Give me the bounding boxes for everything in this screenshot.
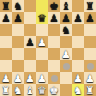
square-h5[interactable] xyxy=(84,36,96,48)
square-f2[interactable] xyxy=(60,72,72,84)
square-b4[interactable] xyxy=(12,48,24,60)
square-g4[interactable] xyxy=(72,48,84,60)
square-h7[interactable]: ♟ xyxy=(84,12,96,24)
square-h6[interactable] xyxy=(84,24,96,36)
piece-white-pawn[interactable]: ♟ xyxy=(37,36,46,48)
square-e2[interactable] xyxy=(48,72,60,84)
piece-black-knight[interactable]: ♞ xyxy=(13,0,22,12)
square-g7[interactable]: ♟ xyxy=(72,12,84,24)
square-d5[interactable]: ♟ xyxy=(36,36,48,48)
square-d6[interactable] xyxy=(36,24,48,36)
square-g2[interactable]: ♟ xyxy=(72,72,84,84)
square-c8[interactable] xyxy=(24,0,36,12)
square-d1[interactable]: ♛ xyxy=(36,84,48,96)
square-c2[interactable]: ♟ xyxy=(24,72,36,84)
square-h2[interactable]: ♟ xyxy=(84,72,96,84)
square-e3[interactable] xyxy=(48,60,60,72)
square-b2[interactable]: ♟ xyxy=(12,72,24,84)
square-h3[interactable] xyxy=(84,60,96,72)
square-e5[interactable] xyxy=(48,36,60,48)
square-d4[interactable] xyxy=(36,48,48,60)
square-b6[interactable] xyxy=(12,24,24,36)
square-a6[interactable] xyxy=(0,24,12,36)
piece-black-pawn[interactable]: ♟ xyxy=(85,12,94,24)
square-h4[interactable] xyxy=(84,48,96,60)
piece-white-pawn[interactable]: ♟ xyxy=(1,72,10,84)
piece-black-knight[interactable]: ♞ xyxy=(61,24,70,36)
square-h1[interactable]: ♜ xyxy=(84,84,96,96)
square-a1[interactable]: ♜ xyxy=(0,84,12,96)
square-e1[interactable]: ♚ xyxy=(48,84,60,96)
square-c5[interactable]: ♟ xyxy=(24,36,36,48)
piece-white-rook[interactable]: ♜ xyxy=(1,84,10,96)
square-a5[interactable] xyxy=(0,36,12,48)
square-c6[interactable] xyxy=(24,24,36,36)
piece-white-knight[interactable]: ♞ xyxy=(13,84,22,96)
piece-black-pawn[interactable]: ♟ xyxy=(13,12,22,24)
square-c4[interactable] xyxy=(24,48,36,60)
square-g8[interactable] xyxy=(72,0,84,12)
piece-black-rook[interactable]: ♜ xyxy=(85,0,94,12)
piece-black-king[interactable]: ♚ xyxy=(49,0,58,12)
piece-white-bishop[interactable]: ♝ xyxy=(25,84,34,96)
square-c1[interactable]: ♝ xyxy=(24,84,36,96)
square-e7[interactable]: ♟ xyxy=(48,12,60,24)
legal-move-dot-f3[interactable] xyxy=(63,63,70,70)
square-d3[interactable] xyxy=(36,60,48,72)
square-d8[interactable] xyxy=(36,0,48,12)
piece-black-queen[interactable]: ♛ xyxy=(37,12,46,24)
piece-white-pawn[interactable]: ♟ xyxy=(37,72,46,84)
square-c7[interactable] xyxy=(24,12,36,24)
square-g1[interactable]: ♞ xyxy=(72,84,84,96)
square-e8[interactable]: ♚ xyxy=(48,0,60,12)
legal-move-dot-h3[interactable] xyxy=(87,63,94,70)
legal-move-dot-e2[interactable] xyxy=(51,75,58,82)
piece-white-pawn[interactable]: ♟ xyxy=(25,72,34,84)
piece-black-pawn[interactable]: ♟ xyxy=(49,12,58,24)
piece-black-pawn[interactable]: ♟ xyxy=(1,12,10,24)
square-c3[interactable] xyxy=(24,60,36,72)
square-f4[interactable]: ♟ xyxy=(60,48,72,60)
square-g6[interactable] xyxy=(72,24,84,36)
piece-black-bishop[interactable]: ♝ xyxy=(61,0,70,12)
square-b5[interactable] xyxy=(12,36,24,48)
square-b1[interactable]: ♞ xyxy=(12,84,24,96)
square-a4[interactable] xyxy=(0,48,12,60)
square-e4[interactable] xyxy=(48,48,60,60)
piece-white-pawn[interactable]: ♟ xyxy=(85,72,94,84)
square-d2[interactable]: ♟ xyxy=(36,72,48,84)
square-g5[interactable] xyxy=(72,36,84,48)
square-f5[interactable] xyxy=(60,36,72,48)
square-a8[interactable]: ♜ xyxy=(0,0,12,12)
square-a2[interactable]: ♟ xyxy=(0,72,12,84)
square-f8[interactable]: ♝ xyxy=(60,0,72,12)
piece-white-knight[interactable]: ♞ xyxy=(73,84,82,96)
piece-white-rook[interactable]: ♜ xyxy=(85,84,94,96)
square-f1[interactable] xyxy=(60,84,72,96)
square-g3[interactable] xyxy=(72,60,84,72)
piece-white-pawn[interactable]: ♟ xyxy=(13,72,22,84)
square-b7[interactable]: ♟ xyxy=(12,12,24,24)
piece-black-rook[interactable]: ♜ xyxy=(1,0,10,12)
chess-board: ♜♞♚♝♜♟♟♛♟♟♟♟♞♟♟♟♟♟♟♟♟♟♜♞♝♛♚♞♜ xyxy=(0,0,96,96)
piece-white-king[interactable]: ♚ xyxy=(49,84,58,96)
square-a3[interactable] xyxy=(0,60,12,72)
square-f3[interactable] xyxy=(60,60,72,72)
square-e6[interactable] xyxy=(48,24,60,36)
piece-black-pawn[interactable]: ♟ xyxy=(61,12,70,24)
piece-white-queen[interactable]: ♛ xyxy=(37,84,46,96)
piece-white-pawn[interactable]: ♟ xyxy=(73,72,82,84)
square-b3[interactable] xyxy=(12,60,24,72)
square-a7[interactable]: ♟ xyxy=(0,12,12,24)
square-d7[interactable]: ♛ xyxy=(36,12,48,24)
piece-white-pawn[interactable]: ♟ xyxy=(61,48,70,60)
square-h8[interactable]: ♜ xyxy=(84,0,96,12)
square-b8[interactable]: ♞ xyxy=(12,0,24,12)
square-f6[interactable]: ♞ xyxy=(60,24,72,36)
square-f7[interactable]: ♟ xyxy=(60,12,72,24)
piece-black-pawn[interactable]: ♟ xyxy=(73,12,82,24)
piece-black-pawn[interactable]: ♟ xyxy=(25,36,34,48)
